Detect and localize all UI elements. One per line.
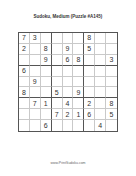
cell-r4c6[interactable]: [73, 66, 84, 77]
cell-r6c9[interactable]: [106, 87, 117, 98]
cell-r6c3[interactable]: [41, 87, 52, 98]
footer-url: www.PrintSudoku.com: [0, 161, 136, 165]
cell-r8c7[interactable]: 6: [84, 109, 95, 120]
cell-r1c6[interactable]: [73, 33, 84, 44]
cell-r4c3[interactable]: [41, 66, 52, 77]
cell-r1c4[interactable]: [52, 33, 63, 44]
cell-r2c2[interactable]: [30, 44, 41, 55]
cell-r8c5[interactable]: 2: [63, 109, 74, 120]
cell-r9c9[interactable]: [106, 120, 117, 131]
cell-r2c6[interactable]: [73, 44, 84, 55]
cell-r1c7[interactable]: 8: [84, 33, 95, 44]
cell-r2c3[interactable]: 8: [41, 44, 52, 55]
cell-r7c1[interactable]: [19, 98, 30, 109]
cell-r1c5[interactable]: [63, 33, 74, 44]
cell-r9c5[interactable]: [63, 120, 74, 131]
cell-r7c7[interactable]: 2: [84, 98, 95, 109]
cell-r5c2[interactable]: 9: [30, 77, 41, 88]
cell-r8c3[interactable]: [41, 109, 52, 120]
cell-r6c2[interactable]: [30, 87, 41, 98]
puzzle-title: Sudoku, Medium (Puzzle #A145): [0, 14, 136, 19]
cell-r3c5[interactable]: 6: [63, 55, 74, 66]
cell-r9c3[interactable]: 6: [41, 120, 52, 131]
cell-r7c6[interactable]: [73, 98, 84, 109]
cell-r5c7[interactable]: [84, 77, 95, 88]
cell-r4c5[interactable]: [63, 66, 74, 77]
cell-r7c2[interactable]: 7: [30, 98, 41, 109]
cell-r9c7[interactable]: [84, 120, 95, 131]
cell-r6c1[interactable]: 8: [19, 87, 30, 98]
cell-r9c1[interactable]: [19, 120, 30, 131]
cell-r2c9[interactable]: [106, 44, 117, 55]
cell-r7c4[interactable]: [52, 98, 63, 109]
cell-r2c8[interactable]: [95, 44, 106, 55]
cell-r8c9[interactable]: 5: [106, 109, 117, 120]
cell-r3c4[interactable]: [52, 55, 63, 66]
cell-r5c8[interactable]: [95, 77, 106, 88]
cell-r7c5[interactable]: 4: [63, 98, 74, 109]
cell-r1c1[interactable]: 7: [19, 33, 30, 44]
cell-r4c7[interactable]: [84, 66, 95, 77]
cell-r1c2[interactable]: 3: [30, 33, 41, 44]
cell-r5c1[interactable]: [19, 77, 30, 88]
cell-r3c9[interactable]: 3: [106, 55, 117, 66]
cell-r6c8[interactable]: [95, 87, 106, 98]
cell-r6c7[interactable]: [84, 87, 95, 98]
cell-r4c9[interactable]: [106, 66, 117, 77]
cell-r3c7[interactable]: [84, 55, 95, 66]
cell-r8c2[interactable]: [30, 109, 41, 120]
cell-r3c3[interactable]: 9: [41, 55, 52, 66]
cell-r6c4[interactable]: 5: [52, 87, 63, 98]
cell-r3c1[interactable]: [19, 55, 30, 66]
cell-r5c3[interactable]: [41, 77, 52, 88]
cell-r5c6[interactable]: [73, 77, 84, 88]
cell-r2c4[interactable]: [52, 44, 63, 55]
cell-r6c6[interactable]: 9: [73, 87, 84, 98]
cell-r2c5[interactable]: 9: [63, 44, 74, 55]
cell-r4c8[interactable]: [95, 66, 106, 77]
cell-r1c3[interactable]: [41, 33, 52, 44]
cell-r7c9[interactable]: 8: [106, 98, 117, 109]
cell-r8c8[interactable]: [95, 109, 106, 120]
cell-r1c8[interactable]: [95, 33, 106, 44]
cell-r4c2[interactable]: [30, 66, 41, 77]
cell-r8c6[interactable]: 1: [73, 109, 84, 120]
cell-r1c9[interactable]: [106, 33, 117, 44]
cell-r5c9[interactable]: [106, 77, 117, 88]
cell-r5c4[interactable]: [52, 77, 63, 88]
cell-r5c5[interactable]: [63, 77, 74, 88]
cell-r9c6[interactable]: [73, 120, 84, 131]
cell-r3c8[interactable]: [95, 55, 106, 66]
cell-r4c1[interactable]: 6: [19, 66, 30, 77]
cell-r9c8[interactable]: 4: [95, 120, 106, 131]
cell-r2c1[interactable]: 2: [19, 44, 30, 55]
cell-r3c6[interactable]: 8: [73, 55, 84, 66]
cell-r2c7[interactable]: 5: [84, 44, 95, 55]
puzzle-page: Sudoku, Medium (Puzzle #A145) 7382895968…: [0, 0, 136, 176]
cell-r9c2[interactable]: [30, 120, 41, 131]
cell-r3c2[interactable]: [30, 55, 41, 66]
sudoku-board: 7382895968369859714287216564: [18, 32, 118, 132]
cell-r6c5[interactable]: [63, 87, 74, 98]
cell-r4c4[interactable]: [52, 66, 63, 77]
cell-r7c8[interactable]: [95, 98, 106, 109]
cell-r8c4[interactable]: 7: [52, 109, 63, 120]
cell-r7c3[interactable]: 1: [41, 98, 52, 109]
cell-r9c4[interactable]: [52, 120, 63, 131]
cell-r8c1[interactable]: [19, 109, 30, 120]
